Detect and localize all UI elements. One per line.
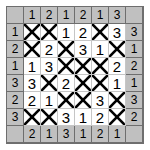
grid-cell-r1c1[interactable] [24,24,41,41]
grid-cell-r4c6[interactable]: 1 [109,75,126,92]
grid-cell-r2c5[interactable]: 1 [92,41,109,58]
grid-cell-r5c4[interactable] [75,92,92,109]
clue-top-col3: 1 [58,7,75,24]
corner-cell [126,7,143,24]
grid-cell-r3c3[interactable] [58,58,75,75]
corner-cell [7,7,24,24]
clue-right-row3: 2 [126,58,143,75]
grid-cell-r4c2[interactable] [41,75,58,92]
cross-icon [92,24,108,40]
clue-left-row2: 2 [7,41,24,58]
clue-right-row4: 1 [126,75,143,92]
clue-top-col4: 2 [75,7,92,24]
cross-icon [41,75,57,91]
cross-icon [109,109,125,125]
grid-cell-r5c6[interactable] [109,92,126,109]
grid-cell-r6c2[interactable] [41,109,58,126]
grid-cell-r6c5[interactable]: 2 [92,109,109,126]
cross-icon [109,41,125,57]
clue-bottom-col6: 1 [109,126,126,143]
grid-cell-r3c4[interactable] [75,58,92,75]
grid-cell-r1c6[interactable]: 3 [109,24,126,41]
grid-cell-r2c3[interactable] [58,41,75,58]
cross-icon [109,92,125,108]
grid-cell-r2c2[interactable]: 2 [41,41,58,58]
grid-cell-r6c3[interactable]: 3 [58,109,75,126]
clue-top-col5: 1 [92,7,109,24]
clue-top-col6: 3 [109,7,126,24]
grid-cell-r4c1[interactable]: 3 [24,75,41,92]
grid-cell-r2c1[interactable] [24,41,41,58]
grid-cell-r5c5[interactable]: 3 [92,92,109,109]
clue-bottom-col5: 2 [92,126,109,143]
cross-icon [75,58,91,74]
clue-left-row3: 1 [7,58,24,75]
grid-cell-r1c3[interactable]: 1 [58,24,75,41]
clue-bottom-col3: 3 [58,126,75,143]
grid-cell-r1c4[interactable]: 2 [75,24,92,41]
clue-left-row5: 2 [7,92,24,109]
clue-bottom-col1: 2 [24,126,41,143]
cross-icon [75,75,91,91]
grid-cell-r3c2[interactable]: 3 [41,58,58,75]
grid-cell-r1c5[interactable] [92,24,109,41]
grid-cell-r3c1[interactable]: 1 [24,58,41,75]
clue-right-row2: 1 [126,41,143,58]
clue-top-col1: 1 [24,7,41,24]
grid-cell-r5c3[interactable] [58,92,75,109]
grid-cell-r4c4[interactable] [75,75,92,92]
cross-icon [58,41,74,57]
clue-bottom-col4: 1 [75,126,92,143]
corner-cell [126,126,143,143]
grid-cell-r2c4[interactable]: 3 [75,41,92,58]
clue-left-row1: 1 [7,24,24,41]
clue-top-col2: 2 [41,7,58,24]
grid-cell-r6c6[interactable] [109,109,126,126]
grid-cell-r5c2[interactable]: 1 [41,92,58,109]
cross-icon [58,58,74,74]
cross-icon [75,92,91,108]
cross-icon [24,109,40,125]
clue-right-row1: 3 [126,24,143,41]
grid-cell-r6c4[interactable]: 1 [75,109,92,126]
cross-icon [24,24,40,40]
cross-icon [92,58,108,74]
cross-icon [24,41,40,57]
clue-left-row6: 3 [7,109,24,126]
grid-cell-r3c5[interactable] [92,58,109,75]
grid-cell-r3c6[interactable]: 2 [109,58,126,75]
cross-icon [41,109,57,125]
grid-cell-r6c1[interactable] [24,109,41,126]
grid-cell-r2c6[interactable] [109,41,126,58]
clue-bottom-col2: 1 [41,126,58,143]
grid-cell-r4c3[interactable]: 2 [58,75,75,92]
grid-cell-r5c1[interactable]: 2 [24,92,41,109]
puzzle-board: 1212131123322311113223321122133331222131… [6,6,144,144]
cross-icon [41,24,57,40]
clue-right-row6: 2 [126,109,143,126]
cross-icon [92,75,108,91]
cross-icon [58,92,74,108]
corner-cell [7,126,24,143]
clue-left-row4: 3 [7,75,24,92]
grid-cell-r4c5[interactable] [92,75,109,92]
clue-right-row5: 3 [126,92,143,109]
grid-cell-r1c2[interactable] [41,24,58,41]
